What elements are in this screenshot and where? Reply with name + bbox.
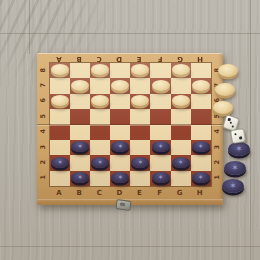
plank-seam — [0, 33, 260, 34]
rank-label-right-1: 1 — [214, 172, 221, 184]
checker-light-e6[interactable] — [131, 95, 149, 106]
file-label-bottom-h: H — [190, 190, 210, 197]
rank-label-left-7: 7 — [39, 79, 46, 91]
die-2[interactable] — [230, 128, 246, 144]
checker-dark-d3[interactable]: ✶ — [111, 141, 129, 152]
plank-seam — [0, 246, 260, 247]
die-pip — [239, 137, 242, 140]
checker-dark-b3[interactable]: ✶ — [71, 141, 89, 152]
file-label-bottom-f: F — [150, 190, 170, 197]
star-engraving-icon: ✶ — [71, 141, 89, 152]
file-label-top-d: D — [109, 55, 129, 62]
rank-label-left-8: 8 — [39, 64, 46, 76]
table-background: ✶✶✶✶✶✶✶✶✶✶✶✶ AABBCCDDEEFFGGHH11223344556… — [0, 0, 260, 260]
file-label-top-h: H — [190, 55, 210, 62]
checker-dark-f1[interactable]: ✶ — [152, 172, 170, 183]
checker-light-e8[interactable] — [131, 64, 149, 75]
star-engraving-icon: ✶ — [224, 161, 246, 175]
plank-seam — [29, 0, 30, 54]
offboard-checker-dark-3[interactable]: ✶ — [222, 179, 244, 193]
rank-label-left-5: 5 — [39, 110, 46, 122]
star-engraving-icon: ✶ — [152, 141, 170, 152]
offboard-checker-light-1[interactable] — [218, 64, 238, 77]
checker-dark-e2[interactable]: ✶ — [131, 157, 149, 168]
star-engraving-icon: ✶ — [228, 142, 250, 156]
file-label-bottom-c: C — [89, 190, 109, 197]
checker-dark-f3[interactable]: ✶ — [152, 141, 170, 152]
checker-dark-c2[interactable]: ✶ — [91, 157, 109, 168]
star-engraving-icon: ✶ — [71, 172, 89, 183]
rank-label-left-3: 3 — [39, 141, 46, 153]
file-label-top-f: F — [150, 55, 170, 62]
star-engraving-icon: ✶ — [152, 172, 170, 183]
rank-label-left-6: 6 — [39, 95, 46, 107]
star-engraving-icon: ✶ — [111, 141, 129, 152]
offboard-checker-dark-2[interactable]: ✶ — [224, 161, 246, 175]
file-label-top-c: C — [89, 55, 109, 62]
checker-light-c8[interactable] — [91, 64, 109, 75]
file-label-top-a: A — [49, 55, 69, 62]
checker-light-h7[interactable] — [192, 80, 210, 91]
die-pip — [231, 125, 234, 128]
checker-dark-d1[interactable]: ✶ — [111, 172, 129, 183]
checker-light-a6[interactable] — [51, 95, 69, 106]
star-engraving-icon: ✶ — [111, 172, 129, 183]
metal-latch-icon[interactable] — [115, 199, 131, 211]
rank-label-right-4: 4 — [214, 125, 221, 137]
star-engraving-icon: ✶ — [192, 172, 210, 183]
star-engraving-icon: ✶ — [131, 157, 149, 168]
die-pip — [234, 133, 237, 136]
file-label-top-e: E — [129, 55, 149, 62]
file-label-bottom-d: D — [109, 190, 129, 197]
fold-seam — [37, 124, 223, 125]
die-pip — [229, 121, 232, 124]
offboard-checker-light-3[interactable] — [213, 101, 233, 114]
rank-label-right-3: 3 — [214, 141, 221, 153]
rank-label-left-1: 1 — [39, 172, 46, 184]
offboard-checker-dark-1[interactable]: ✶ — [228, 142, 250, 156]
rank-label-left-2: 2 — [39, 156, 46, 168]
plank-seam — [250, 0, 251, 260]
checker-dark-a2[interactable]: ✶ — [51, 157, 69, 168]
checker-dark-g2[interactable]: ✶ — [172, 157, 190, 168]
checker-light-b7[interactable] — [71, 80, 89, 91]
checker-light-c6[interactable] — [91, 95, 109, 106]
star-engraving-icon: ✶ — [172, 157, 190, 168]
rank-label-left-4: 4 — [39, 125, 46, 137]
checker-light-f7[interactable] — [152, 80, 170, 91]
checker-light-g8[interactable] — [172, 64, 190, 75]
file-label-bottom-b: B — [69, 190, 89, 197]
checker-dark-h3[interactable]: ✶ — [192, 141, 210, 152]
file-label-bottom-a: A — [49, 190, 69, 197]
checker-light-d7[interactable] — [111, 80, 129, 91]
checker-dark-b1[interactable]: ✶ — [71, 172, 89, 183]
file-label-top-b: B — [69, 55, 89, 62]
file-label-top-g: G — [170, 55, 190, 62]
checker-dark-h1[interactable]: ✶ — [192, 172, 210, 183]
game-board-case: ✶✶✶✶✶✶✶✶✶✶✶✶ AABBCCDDEEFFGGHH11223344556… — [37, 53, 223, 205]
checker-light-g6[interactable] — [172, 95, 190, 106]
star-engraving-icon: ✶ — [91, 157, 109, 168]
rank-label-right-2: 2 — [214, 156, 221, 168]
offboard-checker-light-2[interactable] — [215, 83, 235, 96]
star-engraving-icon: ✶ — [222, 179, 244, 193]
file-label-bottom-e: E — [129, 190, 149, 197]
file-label-bottom-g: G — [170, 190, 190, 197]
star-engraving-icon: ✶ — [192, 141, 210, 152]
die-pip — [228, 118, 231, 121]
checker-light-a8[interactable] — [51, 64, 69, 75]
case-bottom-edge — [37, 199, 223, 205]
star-engraving-icon: ✶ — [51, 157, 69, 168]
